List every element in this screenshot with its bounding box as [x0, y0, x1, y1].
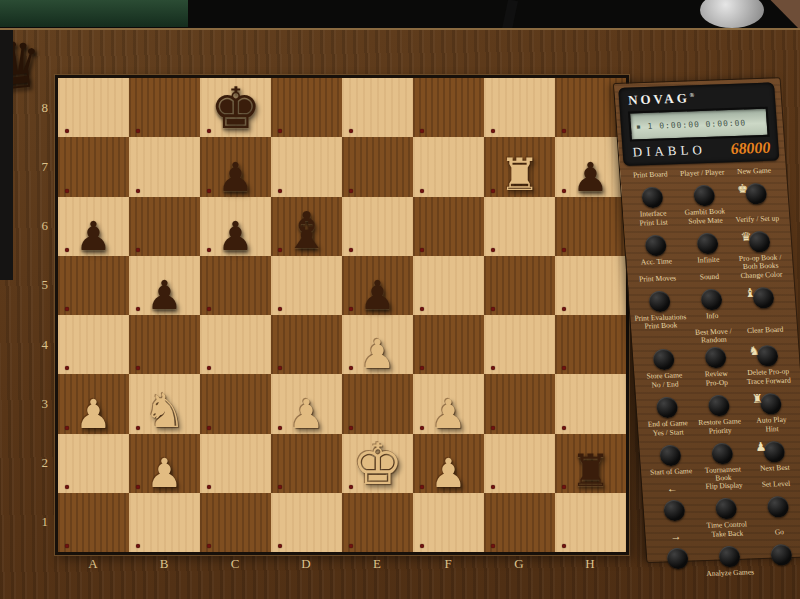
square-g5[interactable] — [484, 256, 555, 315]
piece-black-pawn[interactable]: ♟ — [147, 275, 183, 315]
panel-label-r2-below-c2: Infinite — [682, 255, 735, 273]
piece-black-rook[interactable]: ♜ — [570, 448, 610, 493]
piece-black-king[interactable]: ♚ — [210, 80, 261, 137]
panel-button-r7-c1[interactable] — [663, 500, 685, 522]
square-f3[interactable]: ♟ — [413, 374, 484, 433]
square-led — [65, 366, 69, 370]
square-led — [420, 129, 424, 133]
panel-label-r3-below-c1: Print Evaluations Print Book — [634, 313, 687, 331]
square-led — [278, 426, 282, 430]
square-c3[interactable] — [200, 374, 271, 433]
square-led — [278, 544, 282, 548]
rank-label-4: 4 — [18, 315, 48, 374]
square-f6[interactable] — [413, 197, 484, 256]
square-led — [278, 129, 282, 133]
table-edge-shadow — [0, 30, 13, 280]
lcd-screen: ▪ 1 0:00:00 0:00:00 — [628, 107, 770, 142]
square-led — [420, 248, 424, 252]
square-led — [491, 307, 495, 311]
square-d8[interactable] — [271, 78, 342, 137]
square-led — [207, 307, 211, 311]
rank-label-7: 7 — [18, 137, 48, 196]
panel-label-r8-below-c1 — [652, 570, 705, 581]
rank-label-5: 5 — [18, 256, 48, 315]
square-f4[interactable] — [413, 315, 484, 374]
square-led — [349, 544, 353, 548]
panel-button-r8-c3[interactable] — [770, 544, 792, 566]
square-a2[interactable] — [58, 434, 129, 493]
square-led — [207, 248, 211, 252]
square-led — [207, 426, 211, 430]
piece-white-king[interactable]: ♚ — [352, 436, 403, 493]
square-led — [65, 544, 69, 548]
square-c6[interactable]: ♟ — [200, 197, 271, 256]
square-led — [420, 189, 424, 193]
rook-icon: ♜ — [752, 392, 764, 404]
square-led — [562, 366, 566, 370]
piece-white-knight[interactable]: ♞ — [143, 387, 185, 434]
square-h3[interactable] — [555, 374, 626, 433]
square-e7[interactable] — [342, 137, 413, 196]
square-led — [562, 189, 566, 193]
square-c7[interactable]: ♟ — [200, 137, 271, 196]
panel-button-r8-c1[interactable] — [666, 548, 688, 570]
panel-button-r8-c2[interactable] — [718, 546, 740, 568]
chess-board: ♚♟♜♟♟♟♝♟♟♟♟♞♟♟♟♚♟♜ — [55, 75, 629, 555]
square-d3[interactable]: ♟ — [271, 374, 342, 433]
queen-icon: ♛ — [740, 231, 752, 243]
square-b8[interactable] — [129, 78, 200, 137]
square-d5[interactable] — [271, 256, 342, 315]
control-panel: NOVAG® ▪ 1 0:00:00 0:00:00 DIABLO 68000 … — [614, 78, 800, 562]
square-b4[interactable] — [129, 315, 200, 374]
square-e4[interactable]: ♟ — [342, 315, 413, 374]
square-led — [136, 426, 140, 430]
square-led — [562, 426, 566, 430]
square-f8[interactable] — [413, 78, 484, 137]
panel-button-r4-c2[interactable] — [704, 346, 726, 368]
panel-button-r3-c1[interactable] — [648, 290, 670, 312]
cable — [502, 0, 518, 31]
square-g8[interactable] — [484, 78, 555, 137]
square-h6[interactable] — [555, 197, 626, 256]
floor-corner — [764, 0, 800, 30]
file-label-c: C — [200, 556, 271, 572]
lcd-display-module: NOVAG® ▪ 1 0:00:00 0:00:00 DIABLO 68000 — [618, 82, 779, 165]
square-d6[interactable]: ♝ — [271, 197, 342, 256]
piece-white-pawn[interactable]: ♟ — [147, 453, 183, 493]
square-led — [65, 307, 69, 311]
square-led — [65, 248, 69, 252]
panel-button-r2-c1[interactable] — [644, 235, 666, 257]
file-label-d: D — [271, 556, 342, 572]
square-led — [349, 426, 353, 430]
square-g7[interactable]: ♜ — [484, 137, 555, 196]
file-labels: ABCDEFGH — [58, 556, 626, 572]
square-led — [420, 307, 424, 311]
square-led — [136, 366, 140, 370]
file-label-g: G — [484, 556, 555, 572]
square-led — [65, 129, 69, 133]
square-d7[interactable] — [271, 137, 342, 196]
panel-button-r3-c2[interactable] — [700, 288, 722, 310]
square-led — [491, 366, 495, 370]
model-number: 68000 — [730, 139, 771, 158]
panel-label-r4-above-c3: Clear Board — [739, 325, 792, 343]
square-g4[interactable] — [484, 315, 555, 374]
square-f1[interactable] — [413, 493, 484, 552]
square-led — [65, 189, 69, 193]
square-led — [278, 307, 282, 311]
piece-black-pawn[interactable]: ♟ — [76, 216, 112, 256]
square-led — [562, 307, 566, 311]
square-led — [491, 426, 495, 430]
piece-black-pawn[interactable]: ♟ — [218, 216, 254, 256]
panel-button-r7-c3[interactable] — [766, 496, 788, 518]
registered-mark-icon: ® — [689, 92, 694, 98]
square-led — [207, 485, 211, 489]
square-led — [278, 366, 282, 370]
rank-label-2: 2 — [18, 434, 48, 493]
square-f7[interactable] — [413, 137, 484, 196]
square-led — [349, 366, 353, 370]
square-c4[interactable] — [200, 315, 271, 374]
square-led — [136, 307, 140, 311]
file-label-e: E — [342, 556, 413, 572]
square-b2[interactable]: ♟ — [129, 434, 200, 493]
square-led — [420, 544, 424, 548]
square-led — [65, 485, 69, 489]
rank-labels: 87654321 — [18, 78, 48, 552]
novag-diablo-chess-computer: ♛ 87654321 ♚♟♜♟♟♟♝♟♟♟♟♞♟♟♟♚♟♜ ABCDEFGH N… — [0, 0, 800, 599]
square-led — [349, 307, 353, 311]
lcd-text: ▪ 1 0:00:00 0:00:00 — [636, 118, 747, 131]
square-e3[interactable] — [342, 374, 413, 433]
panel-button-r6-c1[interactable] — [659, 444, 681, 466]
square-led — [562, 248, 566, 252]
square-g1[interactable] — [484, 493, 555, 552]
file-label-h: H — [555, 556, 626, 572]
square-e2[interactable]: ♚ — [342, 434, 413, 493]
rank-label-3: 3 — [18, 374, 48, 433]
square-e8[interactable] — [342, 78, 413, 137]
panel-button-r2-c2[interactable] — [696, 233, 718, 255]
square-a4[interactable] — [58, 315, 129, 374]
knight-icon: ♞ — [748, 344, 760, 356]
square-led — [420, 426, 424, 430]
panel-button-r6-c2[interactable] — [711, 442, 733, 464]
bishop-icon: ♝ — [744, 286, 756, 298]
square-a1[interactable] — [58, 493, 129, 552]
rank-label-1: 1 — [18, 493, 48, 552]
rank-label-8: 8 — [18, 78, 48, 137]
square-h4[interactable] — [555, 315, 626, 374]
piece-black-pawn[interactable]: ♟ — [573, 157, 609, 197]
square-b3[interactable]: ♞ — [129, 374, 200, 433]
panel-label-r4-above-c1 — [635, 329, 688, 347]
square-c8[interactable]: ♚ — [200, 78, 271, 137]
square-b6[interactable] — [129, 197, 200, 256]
rank-label-6: 6 — [18, 197, 48, 256]
square-led — [491, 189, 495, 193]
square-led — [207, 189, 211, 193]
square-c2[interactable] — [200, 434, 271, 493]
panel-button-r1-c1[interactable] — [641, 187, 663, 209]
square-led — [349, 189, 353, 193]
piece-white-pawn[interactable]: ♟ — [431, 453, 467, 493]
square-a7[interactable] — [58, 137, 129, 196]
square-led — [491, 129, 495, 133]
square-h7[interactable]: ♟ — [555, 137, 626, 196]
square-led — [349, 248, 353, 252]
square-led — [136, 189, 140, 193]
square-h2[interactable]: ♜ — [555, 434, 626, 493]
panel-button-r1-c2[interactable] — [693, 185, 715, 207]
square-b5[interactable]: ♟ — [129, 256, 200, 315]
square-a5[interactable] — [58, 256, 129, 315]
panel-label-r8-below-c3 — [756, 566, 800, 577]
square-g2[interactable] — [484, 434, 555, 493]
square-led — [278, 189, 282, 193]
panel-label-r2-below-c1: Acc. Time — [630, 257, 683, 275]
square-led — [136, 485, 140, 489]
piece-white-pawn[interactable]: ♟ — [431, 394, 467, 434]
piece-white-rook[interactable]: ♜ — [499, 152, 539, 197]
panel-button-r7-c2[interactable] — [714, 498, 736, 520]
square-f5[interactable] — [413, 256, 484, 315]
square-led — [207, 366, 211, 370]
square-d1[interactable] — [271, 493, 342, 552]
piece-white-pawn[interactable]: ♟ — [289, 394, 325, 434]
square-c5[interactable] — [200, 256, 271, 315]
panel-button-r5-c2[interactable] — [707, 394, 729, 416]
square-led — [562, 485, 566, 489]
square-led — [491, 248, 495, 252]
square-a6[interactable]: ♟ — [58, 197, 129, 256]
piece-white-pawn[interactable]: ♟ — [360, 334, 396, 374]
square-led — [491, 544, 495, 548]
square-a8[interactable] — [58, 78, 129, 137]
computer-mouse — [700, 0, 764, 28]
square-led — [349, 129, 353, 133]
panel-button-r5-c1[interactable] — [655, 396, 677, 418]
square-led — [562, 129, 566, 133]
panel-label-r8-below-c2: Analyze Games — [704, 568, 757, 579]
piece-black-bishop[interactable]: ♝ — [284, 205, 330, 256]
square-g3[interactable] — [484, 374, 555, 433]
pawn-icon: ♟ — [755, 440, 767, 452]
square-led — [278, 248, 282, 252]
square-led — [420, 366, 424, 370]
square-led — [278, 485, 282, 489]
file-label-a: A — [58, 556, 129, 572]
square-e5[interactable]: ♟ — [342, 256, 413, 315]
square-e1[interactable] — [342, 493, 413, 552]
square-led — [136, 544, 140, 548]
piece-black-pawn[interactable]: ♟ — [360, 275, 396, 315]
square-a3[interactable]: ♟ — [58, 374, 129, 433]
panel-button-r4-c1[interactable] — [652, 348, 674, 370]
square-led — [420, 485, 424, 489]
panel-button-grid: Print BoardPlayer / PlayerNew Game♚Inter… — [624, 166, 800, 580]
panel-label-r4-above-c2: Best Move / Random — [687, 327, 740, 345]
square-h1[interactable] — [555, 493, 626, 552]
brand-logo: NOVAG® — [628, 90, 695, 108]
square-led — [65, 426, 69, 430]
square-h5[interactable] — [555, 256, 626, 315]
file-label-b: B — [129, 556, 200, 572]
square-d4[interactable] — [271, 315, 342, 374]
file-label-f: F — [413, 556, 484, 572]
square-b7[interactable] — [129, 137, 200, 196]
king-icon: ♚ — [737, 183, 749, 195]
square-led — [136, 129, 140, 133]
square-led — [136, 248, 140, 252]
square-led — [562, 544, 566, 548]
model-name: DIABLO — [632, 142, 706, 161]
square-d2[interactable] — [271, 434, 342, 493]
square-c1[interactable] — [200, 493, 271, 552]
piece-white-pawn[interactable]: ♟ — [76, 394, 112, 434]
piece-black-pawn[interactable]: ♟ — [218, 157, 254, 197]
green-mat — [0, 0, 188, 27]
square-e6[interactable] — [342, 197, 413, 256]
square-b1[interactable] — [129, 493, 200, 552]
square-g6[interactable] — [484, 197, 555, 256]
square-led — [491, 485, 495, 489]
square-led — [207, 544, 211, 548]
board-grid: ♚♟♜♟♟♟♝♟♟♟♟♞♟♟♟♚♟♜ — [58, 78, 626, 552]
square-f2[interactable]: ♟ — [413, 434, 484, 493]
